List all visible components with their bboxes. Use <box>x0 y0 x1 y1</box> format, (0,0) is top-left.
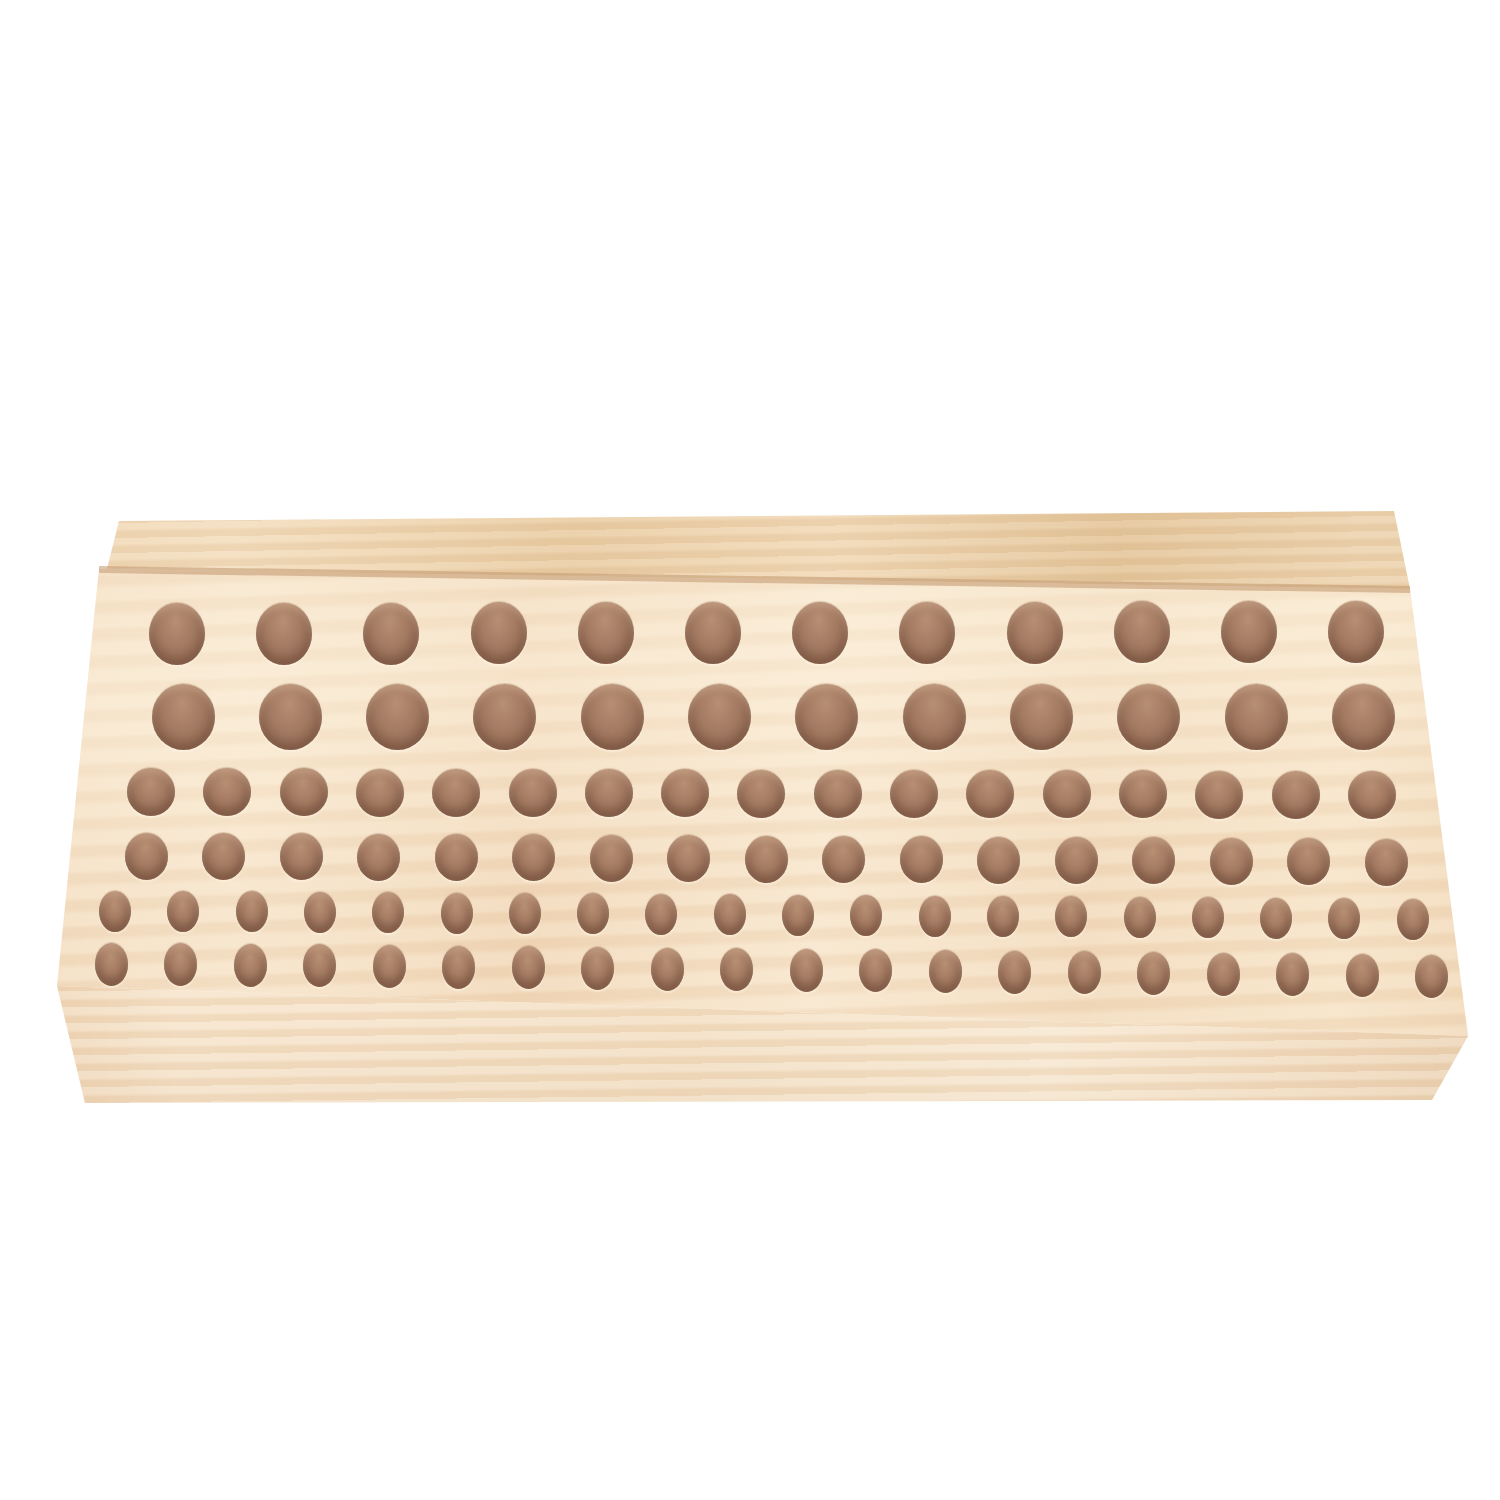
hole-row-3-medium-16 <box>1272 771 1320 819</box>
hole-row-6-small-2 <box>164 943 197 986</box>
hole-row-2-large-10 <box>1117 684 1180 750</box>
board-top-face <box>0 0 1500 1500</box>
hole-row-5-small-3 <box>236 891 268 932</box>
hole-row-5-small-16 <box>1124 897 1156 938</box>
hole-row-2-large-7 <box>795 684 858 750</box>
hole-row-6-small-20 <box>1415 955 1448 998</box>
hole-row-2-large-4 <box>473 684 536 750</box>
hole-row-3-medium-7 <box>585 769 633 817</box>
hole-row-1-large-1 <box>149 603 205 665</box>
hole-row-5-small-17 <box>1192 897 1224 938</box>
hole-row-3-medium-3 <box>280 768 328 816</box>
hole-row-5-small-10 <box>714 894 746 935</box>
hole-row-6-small-19 <box>1346 954 1379 997</box>
hole-row-6-small-7 <box>512 946 545 989</box>
hole-row-3-medium-17 <box>1348 771 1396 819</box>
hole-row-6-small-18 <box>1276 953 1309 996</box>
hole-row-5-small-6 <box>441 893 473 934</box>
hole-row-1-large-9 <box>1007 602 1063 664</box>
hole-row-1-large-11 <box>1221 601 1277 663</box>
hole-row-4-medium-7 <box>590 835 633 882</box>
hole-row-6-small-17 <box>1207 953 1240 996</box>
hole-row-6-small-8 <box>581 947 614 990</box>
hole-row-5-small-4 <box>304 892 336 933</box>
hole-row-2-large-6 <box>688 684 751 750</box>
hole-row-3-medium-14 <box>1119 770 1167 818</box>
hole-row-3-medium-13 <box>1043 770 1091 818</box>
hole-row-6-small-9 <box>651 948 684 991</box>
hole-row-3-medium-10 <box>814 770 862 818</box>
hole-row-6-small-3 <box>234 944 267 987</box>
hole-row-6-small-1 <box>95 943 128 986</box>
hole-row-2-large-3 <box>366 684 429 750</box>
hole-row-4-medium-5 <box>435 834 478 881</box>
hole-row-4-medium-16 <box>1287 838 1330 885</box>
hole-row-3-medium-9 <box>737 770 785 818</box>
hole-row-1-large-12 <box>1328 601 1384 663</box>
hole-row-1-large-5 <box>578 602 634 664</box>
hole-row-2-large-8 <box>903 684 966 750</box>
hole-row-5-small-20 <box>1397 899 1429 940</box>
hole-row-2-large-9 <box>1010 684 1073 750</box>
hole-row-5-small-2 <box>167 891 199 932</box>
hole-row-5-small-7 <box>509 893 541 934</box>
hole-row-6-small-15 <box>1068 951 1101 994</box>
hole-row-4-medium-12 <box>977 837 1020 884</box>
hole-row-1-large-7 <box>792 602 848 664</box>
hole-row-5-small-13 <box>919 896 951 937</box>
hole-row-2-large-5 <box>581 684 644 750</box>
hole-row-2-large-12 <box>1332 684 1395 750</box>
hole-row-4-medium-3 <box>280 833 323 880</box>
hole-row-5-small-18 <box>1260 898 1292 939</box>
hole-row-6-small-6 <box>442 946 475 989</box>
hole-row-4-medium-2 <box>202 833 245 880</box>
hole-row-3-medium-11 <box>890 770 938 818</box>
hole-row-6-small-16 <box>1137 952 1170 995</box>
hole-row-4-medium-17 <box>1365 839 1408 886</box>
hole-row-6-small-11 <box>790 949 823 992</box>
hole-row-3-medium-1 <box>127 768 175 816</box>
hole-row-4-medium-10 <box>822 836 865 883</box>
hole-row-6-small-14 <box>998 951 1031 994</box>
hole-row-1-large-8 <box>899 602 955 664</box>
hole-row-1-large-4 <box>471 602 527 664</box>
product-photo <box>0 0 1500 1500</box>
hole-row-6-small-5 <box>373 945 406 988</box>
hole-row-5-small-14 <box>987 896 1019 937</box>
hole-row-3-medium-6 <box>509 769 557 817</box>
hole-row-4-medium-8 <box>667 835 710 882</box>
hole-row-2-large-11 <box>1225 684 1288 750</box>
hole-row-3-medium-4 <box>356 769 404 817</box>
hole-row-2-large-2 <box>259 684 322 750</box>
hole-row-6-small-10 <box>720 948 753 991</box>
hole-row-5-small-1 <box>99 891 131 932</box>
hole-row-4-medium-1 <box>125 833 168 880</box>
hole-row-3-medium-5 <box>432 769 480 817</box>
hole-row-4-medium-15 <box>1210 838 1253 885</box>
hole-row-1-large-10 <box>1114 601 1170 663</box>
hole-row-1-large-2 <box>256 603 312 665</box>
hole-row-3-medium-15 <box>1195 771 1243 819</box>
hole-row-4-medium-9 <box>745 836 788 883</box>
hole-row-1-large-6 <box>685 602 741 664</box>
hole-row-2-large-1 <box>152 684 215 750</box>
hole-row-4-medium-4 <box>357 834 400 881</box>
hole-row-4-medium-13 <box>1055 837 1098 884</box>
hole-row-6-small-13 <box>929 950 962 993</box>
hole-row-4-medium-11 <box>900 836 943 883</box>
hole-row-5-small-11 <box>782 895 814 936</box>
hole-row-1-large-3 <box>363 603 419 665</box>
